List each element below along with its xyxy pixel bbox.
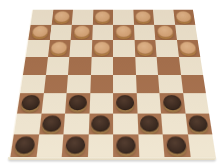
board-square [174, 25, 197, 41]
board-square[interactable] [156, 57, 180, 75]
board-square[interactable]: ⛂ [17, 94, 43, 114]
board-square[interactable] [89, 75, 112, 94]
checker-piece-dark[interactable]: ⛂ [188, 115, 209, 131]
checker-piece-light[interactable]: ⛀ [115, 26, 131, 38]
checker-piece-dark[interactable]: ⛂ [41, 115, 61, 131]
board-square [71, 10, 92, 25]
board-square [35, 135, 62, 158]
checker-piece-light[interactable]: ⛀ [136, 42, 153, 55]
checker-piece-dark[interactable]: ⛂ [91, 115, 110, 131]
board-square[interactable] [43, 75, 68, 94]
board-square [112, 40, 134, 57]
checker-piece-dark[interactable]: ⛂ [162, 95, 181, 110]
board-square[interactable]: ⛂ [65, 94, 90, 114]
board-square [187, 135, 215, 158]
checker-piece-light[interactable]: ⛀ [53, 11, 69, 22]
board-square[interactable]: ⛂ [10, 135, 38, 158]
board-square [25, 40, 49, 57]
checkers-board: ⛀⛀⛀⛀⛀⛀⛀⛀⛀⛀⛀⛀⛂⛂⛂⛂⛂⛂⛂⛂⛂⛂⛂⛂ [9, 10, 216, 158]
board-square[interactable]: ⛀ [112, 25, 133, 41]
checker-piece-dark[interactable]: ⛂ [116, 137, 136, 154]
checker-piece-light[interactable]: ⛀ [135, 11, 151, 22]
checker-piece-dark[interactable]: ⛂ [115, 95, 133, 110]
board-square[interactable]: ⛀ [28, 25, 51, 41]
board-square [20, 75, 45, 94]
board-square[interactable]: ⛂ [113, 94, 137, 114]
checker-piece-light[interactable]: ⛀ [93, 42, 110, 55]
board-square [13, 114, 40, 135]
board-square[interactable]: ⛀ [172, 10, 194, 25]
checker-piece-dark[interactable]: ⛂ [139, 115, 158, 131]
board-square [155, 40, 178, 57]
board-square [158, 75, 183, 94]
checker-piece-light[interactable]: ⛀ [31, 26, 48, 38]
board-square[interactable]: ⛀ [134, 40, 156, 57]
checker-piece-dark[interactable]: ⛂ [20, 95, 40, 110]
board-square [69, 40, 91, 57]
board-square[interactable]: ⛂ [162, 135, 190, 158]
board-square[interactable] [112, 57, 135, 75]
board-square[interactable]: ⛂ [38, 114, 64, 135]
checker-piece-light[interactable]: ⛀ [179, 42, 197, 55]
board-square[interactable] [135, 75, 159, 94]
board-square[interactable]: ⛂ [185, 114, 212, 135]
board-square[interactable]: ⛀ [132, 10, 153, 25]
board-square [161, 114, 187, 135]
checker-piece-light[interactable]: ⛀ [73, 26, 90, 38]
board-square[interactable]: ⛀ [70, 25, 92, 41]
checker-piece-light[interactable]: ⛀ [156, 26, 173, 38]
checker-piece-light[interactable]: ⛀ [175, 11, 192, 22]
board-square [133, 25, 155, 41]
board-square[interactable] [180, 75, 205, 94]
board-square[interactable]: ⛀ [176, 40, 200, 57]
board-square[interactable]: ⛀ [91, 40, 113, 57]
board-square [134, 57, 157, 75]
board-square [112, 10, 133, 25]
board-square [136, 94, 161, 114]
photo-background: ⛀⛀⛀⛀⛀⛀⛀⛀⛀⛀⛀⛀⛂⛂⛂⛂⛂⛂⛂⛂⛂⛂⛂⛂ [0, 0, 220, 167]
board-square [182, 94, 208, 114]
checker-piece-dark[interactable]: ⛂ [68, 95, 87, 110]
board-square[interactable]: ⛀ [51, 10, 73, 25]
board-square[interactable] [23, 57, 48, 75]
board-square[interactable]: ⛀ [47, 40, 70, 57]
board-square [89, 94, 113, 114]
board-square[interactable]: ⛂ [61, 135, 88, 158]
board-square [178, 57, 203, 75]
board-square [137, 135, 164, 158]
board-square[interactable]: ⛂ [137, 114, 163, 135]
board-square [63, 114, 89, 135]
board-square[interactable]: ⛂ [113, 135, 139, 158]
board-square[interactable]: ⛀ [154, 25, 176, 41]
board-square [90, 57, 113, 75]
board-square [113, 114, 138, 135]
checker-piece-dark[interactable]: ⛂ [64, 137, 84, 154]
board-square [113, 75, 136, 94]
board-square [66, 75, 90, 94]
board-square[interactable]: ⛂ [159, 94, 185, 114]
checker-piece-dark[interactable]: ⛂ [13, 137, 34, 154]
board-square [30, 10, 52, 25]
board-edge [8, 157, 216, 160]
board-square[interactable]: ⛂ [88, 114, 113, 135]
board-square [152, 10, 174, 25]
board-square [45, 57, 69, 75]
board-square[interactable]: ⛀ [92, 10, 113, 25]
board-square [49, 25, 71, 41]
checker-piece-dark[interactable]: ⛂ [165, 137, 186, 154]
board-square [87, 135, 113, 158]
board-square[interactable] [68, 57, 91, 75]
board-square [91, 25, 112, 41]
checker-piece-light[interactable]: ⛀ [50, 42, 68, 55]
board-square [41, 94, 67, 114]
checker-piece-light[interactable]: ⛀ [94, 11, 110, 22]
